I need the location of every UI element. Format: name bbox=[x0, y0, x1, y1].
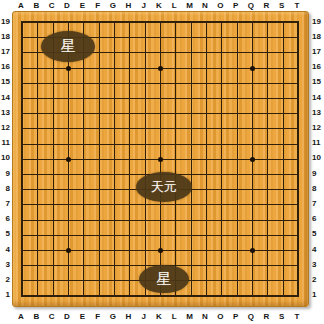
coordinate-letter-bottom: T bbox=[289, 311, 305, 322]
coordinate-number-right: 10 bbox=[312, 150, 324, 165]
coordinate-number-left: 4 bbox=[0, 242, 10, 257]
coordinate-letter-bottom: G bbox=[105, 311, 121, 322]
grid-line-vertical bbox=[297, 21, 299, 297]
coordinate-letter-bottom: M bbox=[182, 311, 198, 322]
coordinate-number-left: 3 bbox=[0, 257, 10, 272]
grid-line-vertical bbox=[206, 21, 207, 297]
coordinate-number-right: 4 bbox=[312, 242, 324, 257]
coordinate-letter-top: K bbox=[151, 0, 167, 11]
coordinate-letter-top: N bbox=[197, 0, 213, 11]
coordinate-letter-top: L bbox=[166, 0, 182, 11]
grid-line-vertical bbox=[221, 21, 222, 297]
coordinate-number-right: 8 bbox=[312, 181, 324, 196]
coordinate-number-left: 13 bbox=[0, 105, 10, 120]
coordinate-letter-top: R bbox=[258, 0, 274, 11]
star-point bbox=[66, 248, 71, 253]
annotation-balloon: 星 bbox=[41, 31, 95, 62]
goban[interactable]: 星天元星 bbox=[12, 11, 309, 307]
coordinate-letter-bottom: O bbox=[212, 311, 228, 322]
coordinate-letter-top: J bbox=[136, 0, 152, 11]
coordinate-number-right: 2 bbox=[312, 272, 324, 287]
coordinate-number-right: 11 bbox=[312, 135, 324, 150]
coordinate-letter-bottom: H bbox=[120, 311, 136, 322]
coordinate-number-left: 16 bbox=[0, 59, 10, 74]
board-grid: 星天元星 bbox=[21, 21, 299, 297]
grid-line-vertical bbox=[191, 21, 192, 297]
annotation-text: 星 bbox=[60, 37, 75, 56]
star-point bbox=[66, 157, 71, 162]
coordinate-number-right: 13 bbox=[312, 105, 324, 120]
coordinate-letter-top: A bbox=[13, 0, 29, 11]
coordinate-number-left: 14 bbox=[0, 90, 10, 105]
coordinate-number-right: 14 bbox=[312, 90, 324, 105]
grid-line-vertical bbox=[267, 21, 268, 297]
coordinate-letter-top: T bbox=[289, 0, 305, 11]
coordinate-number-left: 17 bbox=[0, 44, 10, 59]
coordinate-letter-top: O bbox=[212, 0, 228, 11]
coordinate-letter-bottom: F bbox=[90, 311, 106, 322]
coordinate-letter-top: M bbox=[182, 0, 198, 11]
grid-line-horizontal bbox=[21, 295, 299, 297]
coordinate-number-right: 18 bbox=[312, 29, 324, 44]
annotation-balloon: 星 bbox=[139, 265, 189, 293]
coordinate-letter-top: B bbox=[28, 0, 44, 11]
coordinate-number-left: 11 bbox=[0, 135, 10, 150]
grid-line-vertical bbox=[175, 21, 176, 297]
grid-line-horizontal bbox=[21, 204, 299, 205]
coordinate-letter-bottom: K bbox=[151, 311, 167, 322]
annotation-text: 天元 bbox=[151, 178, 177, 196]
coordinate-number-right: 1 bbox=[312, 287, 324, 302]
coordinate-letter-bottom: A bbox=[13, 311, 29, 322]
coordinate-number-right: 19 bbox=[312, 14, 324, 29]
annotation-text: 星 bbox=[156, 270, 171, 289]
coordinate-letter-bottom: L bbox=[166, 311, 182, 322]
coordinate-number-left: 9 bbox=[0, 166, 10, 181]
coordinate-letter-bottom: E bbox=[74, 311, 90, 322]
coordinate-number-left: 18 bbox=[0, 29, 10, 44]
coordinate-letter-bottom: P bbox=[228, 311, 244, 322]
coordinate-letter-top: E bbox=[74, 0, 90, 11]
star-point bbox=[158, 157, 163, 162]
coordinate-letter-bottom: C bbox=[44, 311, 60, 322]
coordinate-letter-top: P bbox=[228, 0, 244, 11]
coordinate-number-left: 7 bbox=[0, 196, 10, 211]
star-point bbox=[158, 66, 163, 71]
coordinate-number-right: 15 bbox=[312, 74, 324, 89]
coordinate-letter-bottom: Q bbox=[243, 311, 259, 322]
coordinate-number-right: 5 bbox=[312, 226, 324, 241]
coordinate-letter-bottom: N bbox=[197, 311, 213, 322]
star-point bbox=[158, 248, 163, 253]
coordinate-number-right: 9 bbox=[312, 166, 324, 181]
coordinate-number-left: 12 bbox=[0, 120, 10, 135]
annotation-balloon: 天元 bbox=[136, 172, 192, 202]
coordinate-letter-bottom: S bbox=[274, 311, 290, 322]
grid-line-vertical bbox=[283, 21, 284, 297]
coordinate-letter-top: S bbox=[274, 0, 290, 11]
grid-line-vertical bbox=[237, 21, 238, 297]
coordinate-number-left: 1 bbox=[0, 287, 10, 302]
star-point bbox=[66, 66, 71, 71]
coordinate-letter-top: Q bbox=[243, 0, 259, 11]
coordinate-number-left: 2 bbox=[0, 272, 10, 287]
coordinate-number-right: 7 bbox=[312, 196, 324, 211]
coordinate-number-right: 12 bbox=[312, 120, 324, 135]
coordinate-letter-top: G bbox=[105, 0, 121, 11]
grid-line-horizontal bbox=[21, 220, 299, 221]
coordinate-number-left: 19 bbox=[0, 14, 10, 29]
coordinate-letter-top: H bbox=[120, 0, 136, 11]
go-board-diagram: ABCDEFGHJKLMNOPQRST 19181716151413121110… bbox=[0, 0, 324, 324]
coordinate-number-right: 16 bbox=[312, 59, 324, 74]
star-point bbox=[250, 157, 255, 162]
coordinate-number-right: 6 bbox=[312, 211, 324, 226]
coordinate-number-left: 8 bbox=[0, 181, 10, 196]
coordinate-number-right: 3 bbox=[312, 257, 324, 272]
coordinate-number-left: 6 bbox=[0, 211, 10, 226]
coordinate-letter-top: F bbox=[90, 0, 106, 11]
coordinate-letter-bottom: R bbox=[258, 311, 274, 322]
grid-line-horizontal bbox=[21, 235, 299, 236]
coordinate-letter-bottom: D bbox=[59, 311, 75, 322]
coordinate-letter-top: D bbox=[59, 0, 75, 11]
coordinate-number-right: 17 bbox=[312, 44, 324, 59]
star-point bbox=[250, 248, 255, 253]
coordinate-letter-top: C bbox=[44, 0, 60, 11]
coordinate-letter-bottom: J bbox=[136, 311, 152, 322]
coordinate-letter-bottom: B bbox=[28, 311, 44, 322]
coordinate-number-left: 15 bbox=[0, 74, 10, 89]
coordinate-number-left: 10 bbox=[0, 150, 10, 165]
star-point bbox=[250, 66, 255, 71]
coordinate-number-left: 5 bbox=[0, 226, 10, 241]
